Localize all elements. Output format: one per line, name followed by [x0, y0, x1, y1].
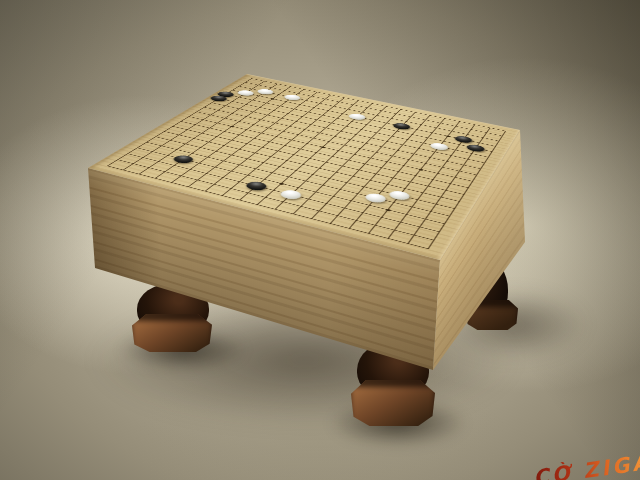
leg-foot — [132, 314, 212, 352]
black-stone: ● — [453, 135, 474, 144]
hoshi-point — [270, 98, 275, 100]
leg-foot — [351, 380, 435, 426]
hoshi-point — [385, 208, 391, 211]
black-stone: ● — [243, 180, 270, 192]
hoshi-point — [278, 182, 284, 185]
hoshi-point — [445, 135, 450, 137]
white-stone: ○ — [235, 89, 256, 96]
hoshi-point — [229, 125, 234, 127]
white-stone: ○ — [347, 113, 368, 121]
scene: ○○○○○○○○●●●●●●● CỜ ZIGA — [0, 0, 640, 480]
white-stone: ○ — [363, 192, 389, 204]
black-stone: ● — [391, 122, 412, 131]
white-stone: ○ — [255, 88, 276, 95]
black-stone: ● — [170, 154, 196, 165]
white-stone: ○ — [282, 94, 303, 101]
black-stone: ● — [465, 143, 486, 152]
hoshi-point — [320, 146, 325, 148]
white-stone: ○ — [387, 189, 412, 201]
hoshi-point — [418, 168, 423, 170]
white-stone: ○ — [278, 189, 305, 201]
white-stone: ○ — [428, 142, 450, 151]
